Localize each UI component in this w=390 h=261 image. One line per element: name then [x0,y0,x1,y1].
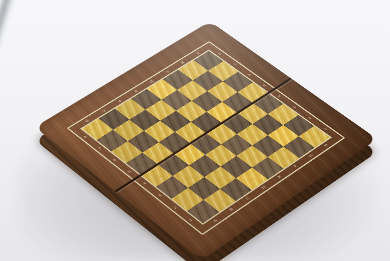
blurred-object [0,0,16,74]
chessboard: ABCDEFGH HGFEDCBA 87654321 87654321 [35,21,378,260]
chessboard-3d-wrapper: ABCDEFGH HGFEDCBA 87654321 87654321 [40,0,372,261]
board-inner-field: ABCDEFGH HGFEDCBA 87654321 87654321 [67,41,346,235]
photo-scene: ABCDEFGH HGFEDCBA 87654321 87654321 [0,0,390,261]
